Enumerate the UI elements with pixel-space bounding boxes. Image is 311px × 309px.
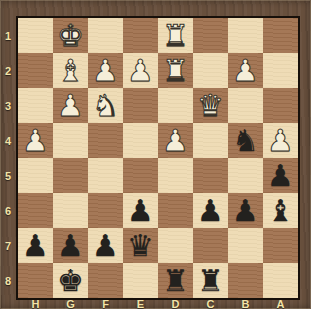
square-c3[interactable]: ♛ — [193, 88, 228, 123]
rank-labels: 12345678 — [0, 18, 16, 298]
square-c7[interactable] — [193, 228, 228, 263]
black-pawn[interactable]: ♟ — [263, 158, 298, 193]
rank-label-2: 2 — [0, 53, 16, 88]
square-d2[interactable]: ♜ — [158, 53, 193, 88]
square-h8[interactable] — [18, 263, 53, 298]
square-g5[interactable] — [53, 158, 88, 193]
square-f5[interactable] — [88, 158, 123, 193]
black-pawn[interactable]: ♟ — [228, 193, 263, 228]
file-label-f: F — [88, 299, 123, 309]
square-c6[interactable]: ♟ — [193, 193, 228, 228]
square-b5[interactable] — [228, 158, 263, 193]
black-rook[interactable]: ♜ — [158, 263, 193, 298]
square-f6[interactable] — [88, 193, 123, 228]
chess-board: ♚♜♝♟♟♜♟♟♞♛♟♟♞♟♟♟♟♟♝♟♟♟♛♚♜♜ — [16, 16, 300, 300]
rank-label-8: 8 — [0, 263, 16, 298]
square-a8[interactable] — [263, 263, 298, 298]
white-pawn[interactable]: ♟ — [158, 123, 193, 158]
square-b7[interactable] — [228, 228, 263, 263]
square-a5[interactable]: ♟ — [263, 158, 298, 193]
square-c8[interactable]: ♜ — [193, 263, 228, 298]
square-h4[interactable]: ♟ — [18, 123, 53, 158]
square-d5[interactable] — [158, 158, 193, 193]
white-rook[interactable]: ♜ — [158, 18, 193, 53]
rank-label-7: 7 — [0, 228, 16, 263]
white-knight[interactable]: ♞ — [88, 88, 123, 123]
square-f7[interactable]: ♟ — [88, 228, 123, 263]
white-pawn[interactable]: ♟ — [263, 123, 298, 158]
square-h7[interactable]: ♟ — [18, 228, 53, 263]
black-knight[interactable]: ♞ — [228, 123, 263, 158]
square-d4[interactable]: ♟ — [158, 123, 193, 158]
square-h5[interactable] — [18, 158, 53, 193]
square-a4[interactable]: ♟ — [263, 123, 298, 158]
rank-label-3: 3 — [0, 88, 16, 123]
square-e8[interactable] — [123, 263, 158, 298]
file-labels: HGFEDCBA — [18, 299, 298, 309]
square-b2[interactable]: ♟ — [228, 53, 263, 88]
square-b4[interactable]: ♞ — [228, 123, 263, 158]
square-d1[interactable]: ♜ — [158, 18, 193, 53]
file-label-d: D — [158, 299, 193, 309]
square-g4[interactable] — [53, 123, 88, 158]
white-queen[interactable]: ♛ — [193, 88, 228, 123]
square-h1[interactable] — [18, 18, 53, 53]
square-b3[interactable] — [228, 88, 263, 123]
black-pawn[interactable]: ♟ — [193, 193, 228, 228]
black-pawn[interactable]: ♟ — [53, 228, 88, 263]
black-pawn[interactable]: ♟ — [18, 228, 53, 263]
board-frame: 12345678 ♚♜♝♟♟♜♟♟♞♛♟♟♞♟♟♟♟♟♝♟♟♟♛♚♜♜ HGFE… — [0, 0, 311, 309]
black-bishop[interactable]: ♝ — [263, 193, 298, 228]
square-c5[interactable] — [193, 158, 228, 193]
white-pawn[interactable]: ♟ — [228, 53, 263, 88]
square-b6[interactable]: ♟ — [228, 193, 263, 228]
square-e1[interactable] — [123, 18, 158, 53]
square-e5[interactable] — [123, 158, 158, 193]
square-h6[interactable] — [18, 193, 53, 228]
file-label-h: H — [18, 299, 53, 309]
square-b8[interactable] — [228, 263, 263, 298]
file-label-a: A — [263, 299, 298, 309]
square-f4[interactable] — [88, 123, 123, 158]
white-pawn[interactable]: ♟ — [123, 53, 158, 88]
white-pawn[interactable]: ♟ — [53, 88, 88, 123]
square-c2[interactable] — [193, 53, 228, 88]
rank-label-5: 5 — [0, 158, 16, 193]
rank-label-1: 1 — [0, 18, 16, 53]
square-f3[interactable]: ♞ — [88, 88, 123, 123]
square-h3[interactable] — [18, 88, 53, 123]
square-h2[interactable] — [18, 53, 53, 88]
black-pawn[interactable]: ♟ — [88, 228, 123, 263]
rank-label-4: 4 — [0, 123, 16, 158]
square-b1[interactable] — [228, 18, 263, 53]
square-g6[interactable] — [53, 193, 88, 228]
white-bishop[interactable]: ♝ — [53, 53, 88, 88]
square-g8[interactable]: ♚ — [53, 263, 88, 298]
square-d7[interactable] — [158, 228, 193, 263]
square-d3[interactable] — [158, 88, 193, 123]
square-c4[interactable] — [193, 123, 228, 158]
white-pawn[interactable]: ♟ — [88, 53, 123, 88]
square-e6[interactable]: ♟ — [123, 193, 158, 228]
square-e3[interactable] — [123, 88, 158, 123]
black-rook[interactable]: ♜ — [193, 263, 228, 298]
square-d6[interactable] — [158, 193, 193, 228]
white-king[interactable]: ♚ — [53, 18, 88, 53]
rank-label-6: 6 — [0, 193, 16, 228]
black-queen[interactable]: ♛ — [123, 228, 158, 263]
white-pawn[interactable]: ♟ — [18, 123, 53, 158]
file-label-g: G — [53, 299, 88, 309]
square-e4[interactable] — [123, 123, 158, 158]
square-f2[interactable]: ♟ — [88, 53, 123, 88]
file-label-e: E — [123, 299, 158, 309]
square-e7[interactable]: ♛ — [123, 228, 158, 263]
square-g7[interactable]: ♟ — [53, 228, 88, 263]
square-g1[interactable]: ♚ — [53, 18, 88, 53]
square-f8[interactable] — [88, 263, 123, 298]
square-a6[interactable]: ♝ — [263, 193, 298, 228]
black-pawn[interactable]: ♟ — [123, 193, 158, 228]
square-g2[interactable]: ♝ — [53, 53, 88, 88]
square-a7[interactable] — [263, 228, 298, 263]
square-a2[interactable] — [263, 53, 298, 88]
square-a3[interactable] — [263, 88, 298, 123]
square-d8[interactable]: ♜ — [158, 263, 193, 298]
square-e2[interactable]: ♟ — [123, 53, 158, 88]
black-king[interactable]: ♚ — [53, 263, 88, 298]
square-a1[interactable] — [263, 18, 298, 53]
white-rook[interactable]: ♜ — [158, 53, 193, 88]
square-c1[interactable] — [193, 18, 228, 53]
square-f1[interactable] — [88, 18, 123, 53]
file-label-b: B — [228, 299, 263, 309]
file-label-c: C — [193, 299, 228, 309]
square-g3[interactable]: ♟ — [53, 88, 88, 123]
